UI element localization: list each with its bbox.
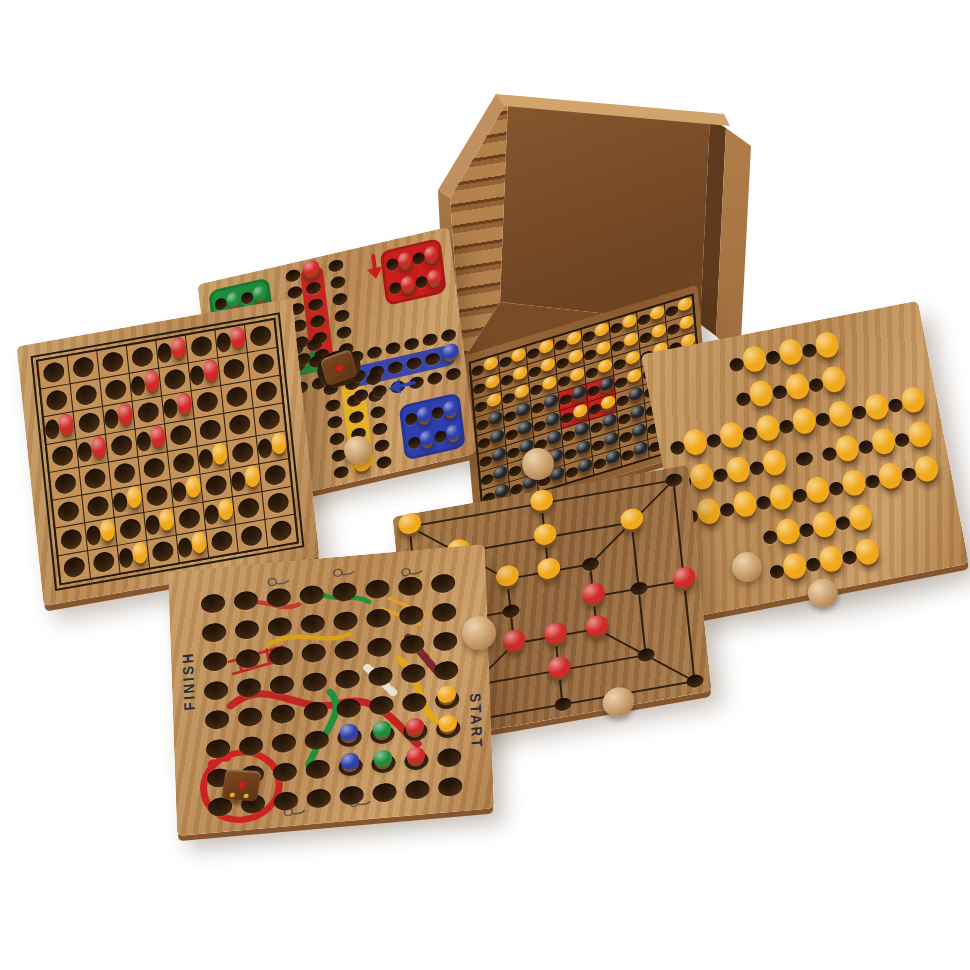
- wooden-knob-ball[interactable]: [344, 436, 372, 464]
- checkers-cell: [38, 357, 69, 389]
- ludo-home-blue: [399, 392, 466, 460]
- checkers-peg-yellow[interactable]: [190, 530, 207, 554]
- snakes-hole: [367, 637, 392, 658]
- snakes-hole: [399, 605, 424, 626]
- die-side-pip: [243, 794, 249, 799]
- morris-peg-red[interactable]: [585, 613, 610, 638]
- wooden-knob-ball[interactable]: [522, 448, 554, 480]
- peg-hole: [146, 484, 169, 507]
- peg-hole: [152, 540, 175, 563]
- morris-point-hole: [630, 581, 648, 597]
- peg-hole: [113, 462, 136, 485]
- die-side-pip: [230, 793, 236, 798]
- checkers-cell: [138, 452, 169, 484]
- peg-hole: [169, 424, 192, 447]
- checkers-cell: [115, 513, 146, 545]
- checkers-cell: [251, 376, 282, 408]
- checkers-cell: [248, 348, 279, 380]
- peg-hole: [613, 357, 626, 370]
- snakes-hole: [339, 785, 364, 806]
- solitaire-peg-yellow[interactable]: [900, 384, 927, 414]
- peg-hole: [582, 330, 595, 343]
- ludo-peg-red[interactable]: [397, 251, 412, 269]
- reversi-peg-yellow[interactable]: [542, 375, 557, 391]
- reversi-peg-yellow[interactable]: [624, 331, 639, 347]
- snakes-hole: [271, 704, 296, 725]
- reversi-peg-yellow[interactable]: [651, 323, 666, 339]
- peg-hole: [84, 467, 107, 490]
- peg-hole: [92, 550, 115, 573]
- snakes-hole: [335, 669, 360, 690]
- ludo-track-hole: [330, 275, 346, 290]
- reversi-peg-yellow[interactable]: [513, 365, 528, 381]
- snakes-hole: [268, 617, 293, 638]
- reversi-peg-yellow[interactable]: [566, 330, 581, 346]
- morris-peg-red[interactable]: [502, 628, 527, 653]
- ludo-track-hole: [336, 325, 352, 340]
- reversi-peg-yellow[interactable]: [511, 347, 526, 363]
- peg-hole: [565, 465, 578, 478]
- peg-hole: [477, 436, 490, 449]
- solitaire-grid: [654, 313, 955, 604]
- reversi-peg-yellow[interactable]: [596, 340, 611, 356]
- checkers-cell: [53, 496, 84, 528]
- ludo-track-peg-blue[interactable]: [441, 342, 459, 361]
- peg-hole: [474, 400, 487, 413]
- reversi-peg-black[interactable]: [599, 376, 614, 392]
- ludo-peg-red[interactable]: [426, 268, 441, 286]
- ludo-track-hole: [287, 285, 303, 300]
- reversi-peg-black[interactable]: [605, 449, 620, 465]
- peg-hole: [590, 421, 603, 434]
- peg-hole: [587, 384, 600, 397]
- ludo-track-hole: [327, 415, 343, 430]
- ludo-track-hole: [372, 422, 388, 437]
- ludo-track-hole: [374, 438, 390, 453]
- checkers-cell: [71, 379, 102, 411]
- ludo-peg-blue[interactable]: [416, 405, 431, 423]
- peg-hole: [63, 556, 86, 579]
- peg-hole: [230, 471, 246, 493]
- peg-hole: [499, 355, 512, 368]
- checkers-cell: [218, 353, 249, 385]
- checkers-cell: [79, 463, 110, 495]
- peg-hole: [104, 378, 127, 401]
- morris-peg-yellow[interactable]: [529, 488, 554, 513]
- peg-hole: [404, 412, 417, 426]
- peg-hole: [171, 481, 187, 503]
- checkers-peg-yellow[interactable]: [131, 541, 148, 565]
- checkers-peg-red[interactable]: [176, 391, 193, 415]
- checkers-peg-red[interactable]: [202, 358, 219, 382]
- checkers-board: [16, 298, 319, 606]
- reversi-peg-black[interactable]: [631, 422, 646, 438]
- morris-peg-red[interactable]: [672, 565, 697, 590]
- reversi-peg-yellow[interactable]: [514, 383, 529, 399]
- checkers-cell: [130, 369, 161, 401]
- ludo-track-hole: [325, 398, 341, 413]
- reversi-peg-black[interactable]: [491, 446, 506, 462]
- snakes-hole: [201, 593, 226, 614]
- snakes-hole: [202, 622, 227, 643]
- checkers-peg-yellow[interactable]: [270, 431, 287, 455]
- ludo-peg-green[interactable]: [225, 290, 240, 308]
- reversi-peg-yellow[interactable]: [483, 355, 498, 371]
- peg-hole: [561, 411, 574, 424]
- reversi-peg-black[interactable]: [488, 410, 503, 426]
- reversi-peg-yellow[interactable]: [539, 338, 554, 354]
- peg-hole: [502, 391, 515, 404]
- peg-hole: [54, 472, 77, 495]
- reversi-peg-yellow[interactable]: [573, 403, 588, 419]
- peg-hole: [145, 514, 161, 536]
- snakes-hole: [235, 619, 260, 640]
- snakes-hole: [269, 646, 294, 667]
- peg-hole: [414, 275, 427, 289]
- reversi-peg-yellow[interactable]: [679, 314, 694, 330]
- ludo-peg-red[interactable]: [423, 244, 438, 262]
- reversi-peg-black[interactable]: [630, 404, 645, 420]
- ludo-track-hole: [445, 367, 461, 382]
- checkers-peg-yellow[interactable]: [217, 497, 234, 521]
- ludo-track-hole: [333, 465, 349, 480]
- peg-hole: [388, 281, 401, 295]
- checkers-cell: [162, 391, 193, 423]
- checkers-cell: [233, 492, 264, 524]
- peg-hole: [172, 451, 195, 474]
- peg-hole: [196, 391, 219, 414]
- peg-hole: [240, 524, 263, 547]
- snakes-die[interactable]: ♥: [221, 769, 261, 801]
- peg-hole: [556, 356, 569, 369]
- snakes-hole: [301, 643, 326, 664]
- checkers-peg-red[interactable]: [170, 336, 187, 360]
- reversi-peg-black[interactable]: [490, 428, 505, 444]
- morris-peg-red[interactable]: [547, 655, 572, 680]
- arrow-head: [380, 379, 401, 398]
- snakes-hole: [239, 736, 264, 757]
- morris-peg-red[interactable]: [543, 621, 568, 646]
- peg-hole: [479, 454, 492, 467]
- die-heart-pip: ♥: [333, 359, 346, 376]
- checkers-cell: [260, 459, 291, 491]
- peg-hole: [102, 351, 125, 374]
- checkers-peg-yellow[interactable]: [185, 475, 202, 499]
- reversi-peg-black[interactable]: [628, 386, 643, 402]
- peg-hole: [507, 446, 520, 459]
- peg-hole: [267, 491, 290, 514]
- peg-hole: [205, 474, 228, 497]
- checkers-cell: [200, 470, 231, 502]
- snakes-hole: [432, 602, 457, 623]
- reversi-peg-black[interactable]: [517, 420, 532, 436]
- peg-hole: [137, 401, 160, 424]
- checkers-cell: [221, 381, 252, 413]
- peg-hole: [211, 530, 234, 553]
- checkers-cell: [168, 447, 199, 479]
- checkers-cell: [265, 515, 296, 547]
- snakes-hole: [302, 672, 327, 693]
- reversi-peg-black[interactable]: [578, 457, 593, 473]
- ludo-home-cell: [406, 427, 434, 456]
- finish-label: FINISH: [179, 651, 198, 712]
- checkers-cell: [262, 487, 293, 519]
- checkers-cell: [127, 341, 158, 373]
- ludo-home-red: [380, 238, 447, 306]
- peg-hole: [610, 321, 623, 334]
- peg-hole: [270, 519, 293, 542]
- arrow-head: [367, 266, 385, 287]
- reversi-peg-yellow[interactable]: [570, 366, 585, 382]
- ludo-track-hole: [370, 405, 386, 420]
- checkers-cell: [97, 346, 128, 378]
- peg-hole: [527, 347, 540, 360]
- snakes-hole: [273, 762, 298, 783]
- reversi-peg-yellow[interactable]: [627, 367, 642, 383]
- peg-hole: [614, 376, 627, 389]
- reversi-peg-yellow[interactable]: [594, 321, 609, 337]
- snakes-hole: [402, 692, 427, 713]
- reversi-peg-yellow[interactable]: [677, 296, 692, 312]
- solitaire-cell: [912, 520, 955, 562]
- peg-hole: [136, 431, 152, 453]
- checkers-cell: [82, 490, 113, 522]
- snakes-hole: [206, 739, 231, 760]
- peg-hole: [77, 441, 93, 463]
- morris-peg-yellow[interactable]: [397, 511, 422, 536]
- peg-hole: [471, 364, 484, 377]
- morris-peg-yellow[interactable]: [533, 522, 558, 547]
- ludo-peg-green[interactable]: [251, 284, 266, 302]
- ludo-track-hole: [285, 268, 301, 283]
- checkers-cell: [74, 407, 105, 439]
- ludo-track-hole: [334, 309, 350, 324]
- peg-hole: [226, 385, 249, 408]
- reversi-peg-yellow[interactable]: [486, 392, 501, 408]
- peg-hole: [198, 448, 214, 470]
- peg-hole: [621, 448, 634, 461]
- peg-hole: [231, 441, 254, 464]
- reversi-peg-black[interactable]: [574, 421, 589, 437]
- die-heart-pip: ♥: [235, 777, 247, 794]
- peg-hole: [433, 430, 446, 444]
- morris-point-hole: [581, 557, 599, 573]
- peg-hole: [795, 450, 814, 466]
- ludo-track-hole: [422, 332, 438, 347]
- checkers-peg-red[interactable]: [58, 412, 75, 436]
- ludo-peg-red[interactable]: [400, 274, 415, 292]
- morris-point-hole: [686, 673, 704, 689]
- reversi-peg-yellow[interactable]: [625, 349, 640, 365]
- peg-hole: [178, 507, 201, 530]
- checkers-cell: [41, 384, 72, 416]
- ludo-track-hole: [332, 292, 348, 307]
- reversi-peg-yellow[interactable]: [597, 358, 612, 374]
- peg-hole: [407, 436, 420, 450]
- ludo-peg-blue[interactable]: [442, 399, 457, 417]
- checkers-cell: [206, 525, 237, 557]
- snakes-hole: [400, 634, 425, 655]
- checkers-peg-red[interactable]: [90, 435, 107, 459]
- reversi-peg-black[interactable]: [571, 384, 586, 400]
- ludo-track-hole: [328, 258, 344, 273]
- morris-peg-yellow[interactable]: [619, 507, 644, 532]
- peg-hole: [665, 304, 678, 317]
- checkers-peg-red[interactable]: [229, 325, 246, 349]
- ludo-track-hole: [404, 337, 420, 352]
- checkers-cell: [177, 530, 208, 562]
- peg-hole: [584, 348, 597, 361]
- morris-point-hole: [502, 603, 520, 619]
- peg-hole: [157, 342, 173, 364]
- peg-hole: [385, 258, 398, 272]
- checkers-cell: [215, 325, 246, 357]
- reversi-peg-yellow[interactable]: [540, 357, 555, 373]
- peg-hole: [44, 419, 60, 441]
- snakes-hole: [238, 707, 263, 728]
- snakes-hole: [434, 660, 459, 681]
- checkers-peg-yellow[interactable]: [125, 485, 142, 509]
- ludo-peg-blue[interactable]: [419, 429, 434, 447]
- reversi-peg-black[interactable]: [516, 401, 531, 417]
- peg-hole: [118, 547, 134, 569]
- checkers-cell: [171, 475, 202, 507]
- reversi-peg-black[interactable]: [547, 429, 562, 445]
- snakes-hole: [205, 710, 230, 731]
- peg-hole: [588, 402, 601, 415]
- ludo-home-cell: [387, 272, 415, 301]
- morris-point-hole: [637, 647, 655, 663]
- reversi-peg-black[interactable]: [604, 430, 619, 446]
- snakes-hole: [365, 579, 390, 600]
- snakes-hole: [398, 576, 423, 597]
- checkers-peg-red[interactable]: [117, 402, 134, 426]
- ludo-track-hole: [427, 371, 443, 386]
- morris-peg-red[interactable]: [581, 581, 606, 606]
- reversi-peg-yellow[interactable]: [622, 313, 637, 329]
- ludo-track-hole: [329, 432, 345, 447]
- snakes-ladders-board: FINISH START ♥: [168, 544, 494, 836]
- morris-peg-yellow[interactable]: [536, 556, 561, 581]
- wooden-knob-ball[interactable]: [462, 616, 496, 650]
- reversi-peg-black[interactable]: [576, 439, 591, 455]
- peg-hole: [252, 352, 275, 375]
- wooden-knob-ball[interactable]: [732, 552, 762, 582]
- checkers-cell: [118, 541, 149, 573]
- checkers-peg-red[interactable]: [149, 424, 166, 448]
- peg-hole: [163, 398, 179, 420]
- peg-hole: [240, 291, 253, 305]
- peg-hole: [60, 528, 83, 551]
- snakes-hole: [270, 675, 295, 696]
- peg-hole: [78, 411, 101, 434]
- ludo-track-hole: [441, 328, 457, 343]
- checkers-cell: [245, 320, 276, 352]
- checkers-peg-yellow[interactable]: [158, 508, 175, 532]
- reversi-peg-yellow[interactable]: [568, 348, 583, 364]
- peg-hole: [189, 365, 205, 387]
- checkers-cell: [203, 497, 234, 529]
- peg-hole: [258, 408, 281, 431]
- ludo-home-cell: [414, 266, 442, 295]
- peg-hole: [616, 394, 629, 407]
- peg-hole: [431, 406, 444, 420]
- checkers-peg-red[interactable]: [143, 369, 160, 393]
- checkers-cell: [236, 520, 267, 552]
- peg-hole: [87, 495, 110, 518]
- reversi-peg-yellow[interactable]: [650, 304, 665, 320]
- snakes-hole: [401, 663, 426, 684]
- peg-hole: [508, 464, 521, 477]
- reversi-peg-yellow[interactable]: [601, 394, 616, 410]
- peg-hole: [177, 537, 193, 559]
- peg-hole: [562, 429, 575, 442]
- snakes-hole: [307, 788, 332, 809]
- checkers-cell: [103, 402, 134, 434]
- checkers-grid: [36, 318, 299, 585]
- morris-peg-yellow[interactable]: [495, 563, 520, 588]
- checkers-cell: [88, 546, 119, 578]
- peg-hole: [559, 393, 572, 406]
- reversi-peg-black[interactable]: [602, 412, 617, 428]
- reversi-peg-black[interactable]: [545, 411, 560, 427]
- peg-hole: [57, 500, 80, 523]
- snakes-hole: [272, 733, 297, 754]
- snakes-hole: [306, 759, 331, 780]
- arrow-shaft: [398, 381, 416, 389]
- snakes-hole: [304, 730, 329, 751]
- snakes-hole: [274, 791, 299, 812]
- snakes-hole: [237, 678, 262, 699]
- checkers-cell: [106, 430, 137, 462]
- snakes-hole: [234, 590, 259, 611]
- reversi-peg-black[interactable]: [544, 393, 559, 409]
- snakes-hole: [332, 582, 357, 603]
- peg-hole: [164, 368, 187, 391]
- checkers-cell: [85, 518, 116, 550]
- checkers-peg-yellow[interactable]: [99, 518, 116, 542]
- snakes-hole: [300, 614, 325, 635]
- peg-hole: [237, 497, 260, 520]
- solitaire-peg-yellow[interactable]: [913, 454, 940, 484]
- peg-hole: [557, 374, 570, 387]
- peg-hole: [504, 410, 517, 423]
- peg-hole: [249, 324, 272, 347]
- checkers-peg-yellow[interactable]: [244, 464, 261, 488]
- snakes-hole: [366, 608, 391, 629]
- peg-hole: [530, 383, 543, 396]
- checkers-peg-yellow[interactable]: [211, 442, 228, 466]
- solitaire-peg-yellow[interactable]: [906, 419, 933, 449]
- checkers-cell: [109, 457, 140, 489]
- ludo-peg-blue[interactable]: [445, 423, 460, 441]
- peg-hole: [667, 322, 680, 335]
- checkers-cell: [141, 480, 172, 512]
- peg-hole: [110, 434, 133, 457]
- start-label: START: [467, 693, 486, 751]
- reversi-peg-black[interactable]: [633, 440, 648, 456]
- checkers-cell: [156, 336, 187, 368]
- peg-hole: [190, 335, 213, 358]
- reversi-peg-yellow[interactable]: [485, 373, 500, 389]
- checkers-cell: [174, 503, 205, 535]
- peg-hole: [473, 382, 486, 395]
- morris-point-hole: [665, 472, 683, 488]
- checkers-cell: [112, 485, 143, 517]
- peg-hole: [223, 358, 246, 381]
- ludo-track-hole: [385, 341, 401, 356]
- reversi-peg-black[interactable]: [493, 464, 508, 480]
